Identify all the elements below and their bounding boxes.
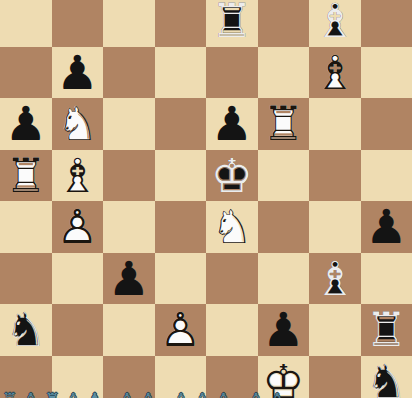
square-a5[interactable]: ♜♖ <box>0 150 52 202</box>
white-bishop: ♝♗ <box>52 150 104 202</box>
square-c6[interactable] <box>103 98 155 150</box>
square-g8[interactable]: ♝♗ <box>309 0 361 47</box>
white-pawn: ♟♙ <box>155 304 207 356</box>
square-f3[interactable] <box>258 253 310 305</box>
square-c2[interactable] <box>103 304 155 356</box>
square-g5[interactable] <box>309 150 361 202</box>
white-knight: ♞♘ <box>206 201 258 253</box>
clipped-piece-tray: ♖♙♜♙♟ ♙♙ ♙♙♙ ♙♙ <box>2 391 410 398</box>
square-h5[interactable] <box>361 150 412 202</box>
black-rook: ♜♖ <box>206 0 258 47</box>
square-a6[interactable]: ♟ <box>0 98 52 150</box>
square-c7[interactable] <box>103 47 155 99</box>
square-f5[interactable] <box>258 150 310 202</box>
square-d6[interactable] <box>155 98 207 150</box>
black-pawn: ♟ <box>258 304 310 356</box>
square-f7[interactable] <box>258 47 310 99</box>
square-h8[interactable] <box>361 0 412 47</box>
square-e5[interactable]: ♚♔ <box>206 150 258 202</box>
square-h3[interactable] <box>361 253 412 305</box>
square-a8[interactable] <box>0 0 52 47</box>
black-pawn: ♟ <box>52 47 104 99</box>
black-knight: ♞♘ <box>0 304 52 356</box>
square-f8[interactable] <box>258 0 310 47</box>
square-h7[interactable] <box>361 47 412 99</box>
white-knight: ♞♘ <box>52 98 104 150</box>
black-bishop: ♝♗ <box>309 0 361 47</box>
black-bishop: ♝♗ <box>309 253 361 305</box>
black-rook: ♜♖ <box>361 304 412 356</box>
square-g6[interactable] <box>309 98 361 150</box>
square-a3[interactable] <box>0 253 52 305</box>
square-b4[interactable]: ♟♙ <box>52 201 104 253</box>
square-c8[interactable] <box>103 0 155 47</box>
square-b8[interactable] <box>52 0 104 47</box>
square-d2[interactable]: ♟♙ <box>155 304 207 356</box>
square-g2[interactable] <box>309 304 361 356</box>
square-g7[interactable]: ♝♗ <box>309 47 361 99</box>
square-a7[interactable] <box>0 47 52 99</box>
square-e2[interactable] <box>206 304 258 356</box>
white-pawn: ♟♙ <box>52 201 104 253</box>
white-rook: ♜♖ <box>258 98 310 150</box>
black-pawn: ♟ <box>0 98 52 150</box>
white-rook: ♜♖ <box>0 150 52 202</box>
square-d5[interactable] <box>155 150 207 202</box>
square-d4[interactable] <box>155 201 207 253</box>
square-b6[interactable]: ♞♘ <box>52 98 104 150</box>
square-e7[interactable] <box>206 47 258 99</box>
square-b5[interactable]: ♝♗ <box>52 150 104 202</box>
square-c5[interactable] <box>103 150 155 202</box>
square-f4[interactable] <box>258 201 310 253</box>
black-pawn: ♟ <box>103 253 155 305</box>
square-e4[interactable]: ♞♘ <box>206 201 258 253</box>
black-pawn: ♟ <box>206 98 258 150</box>
black-pawn: ♟ <box>361 201 412 253</box>
square-e6[interactable]: ♟ <box>206 98 258 150</box>
square-d3[interactable] <box>155 253 207 305</box>
square-g3[interactable]: ♝♗ <box>309 253 361 305</box>
square-a2[interactable]: ♞♘ <box>0 304 52 356</box>
square-h2[interactable]: ♜♖ <box>361 304 412 356</box>
square-f2[interactable]: ♟ <box>258 304 310 356</box>
square-e8[interactable]: ♜♖ <box>206 0 258 47</box>
square-b3[interactable] <box>52 253 104 305</box>
square-a4[interactable] <box>0 201 52 253</box>
square-b2[interactable] <box>52 304 104 356</box>
square-f6[interactable]: ♜♖ <box>258 98 310 150</box>
black-king: ♚♔ <box>206 150 258 202</box>
chess-board: ♜♖♝♗♟♝♗♟♞♘♟♜♖♜♖♝♗♚♔♟♙♞♘♟♟♝♗♞♘♟♙♟♜♖♚♔♞♘ <box>0 0 412 398</box>
white-bishop: ♝♗ <box>309 47 361 99</box>
chess-app-viewport: ♜♖♝♗♟♝♗♟♞♘♟♜♖♜♖♝♗♚♔♟♙♞♘♟♟♝♗♞♘♟♙♟♜♖♚♔♞♘ ♖… <box>0 0 412 398</box>
square-c3[interactable]: ♟ <box>103 253 155 305</box>
square-g4[interactable] <box>309 201 361 253</box>
square-d7[interactable] <box>155 47 207 99</box>
square-h6[interactable] <box>361 98 412 150</box>
square-b7[interactable]: ♟ <box>52 47 104 99</box>
square-d8[interactable] <box>155 0 207 47</box>
square-c4[interactable] <box>103 201 155 253</box>
square-e3[interactable] <box>206 253 258 305</box>
square-h4[interactable]: ♟ <box>361 201 412 253</box>
